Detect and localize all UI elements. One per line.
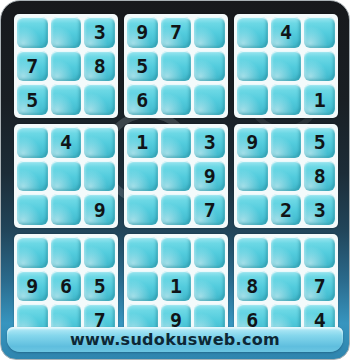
cell-r5c8[interactable] <box>271 161 302 192</box>
cell-r4c5[interactable] <box>161 127 192 158</box>
cell-r7c2[interactable] <box>51 237 82 268</box>
cell-r1c3[interactable]: 3 <box>84 17 115 48</box>
cell-r7c3[interactable] <box>84 237 115 268</box>
cell-r4c7[interactable]: 9 <box>237 127 268 158</box>
cell-r2c4[interactable]: 5 <box>127 51 158 82</box>
cell-r6c9[interactable]: 3 <box>304 194 335 225</box>
box-1-1: 3785 <box>14 14 118 118</box>
cell-r1c5[interactable]: 7 <box>161 17 192 48</box>
cell-r3c8[interactable] <box>271 84 302 115</box>
cell-r2c6[interactable] <box>194 51 225 82</box>
cell-r3c6[interactable] <box>194 84 225 115</box>
cell-r7c9[interactable] <box>304 237 335 268</box>
cell-r5c2[interactable] <box>51 161 82 192</box>
cell-r2c2[interactable] <box>51 51 82 82</box>
sudoku-board: 3785975641491397958239657198764 www.sudo… <box>0 0 350 360</box>
cell-r5c3[interactable] <box>84 161 115 192</box>
cell-r3c3[interactable] <box>84 84 115 115</box>
cell-r4c9[interactable]: 5 <box>304 127 335 158</box>
cell-r4c4[interactable]: 1 <box>127 127 158 158</box>
cell-r3c2[interactable] <box>51 84 82 115</box>
box-2-3: 95823 <box>234 124 338 228</box>
cell-r4c8[interactable] <box>271 127 302 158</box>
cell-r3c1[interactable]: 5 <box>17 84 48 115</box>
cell-r7c8[interactable] <box>271 237 302 268</box>
cell-r2c1[interactable]: 7 <box>17 51 48 82</box>
cell-r2c7[interactable] <box>237 51 268 82</box>
cell-r5c6[interactable]: 9 <box>194 161 225 192</box>
cell-r7c6[interactable] <box>194 237 225 268</box>
cell-r7c1[interactable] <box>17 237 48 268</box>
cell-r5c5[interactable] <box>161 161 192 192</box>
cell-r8c9[interactable]: 7 <box>304 271 335 302</box>
cell-r2c5[interactable] <box>161 51 192 82</box>
cell-r3c7[interactable] <box>237 84 268 115</box>
cell-r6c8[interactable]: 2 <box>271 194 302 225</box>
box-3-2: 19 <box>124 234 228 338</box>
cell-r6c4[interactable] <box>127 194 158 225</box>
cell-r1c4[interactable]: 9 <box>127 17 158 48</box>
box-3-1: 9657 <box>14 234 118 338</box>
cell-r7c7[interactable] <box>237 237 268 268</box>
cell-r5c7[interactable] <box>237 161 268 192</box>
cell-r3c4[interactable]: 6 <box>127 84 158 115</box>
cell-r4c3[interactable] <box>84 127 115 158</box>
cell-r5c9[interactable]: 8 <box>304 161 335 192</box>
footer-bar: www.sudokusweb.com <box>7 327 343 352</box>
cell-r4c1[interactable] <box>17 127 48 158</box>
cell-r8c3[interactable]: 5 <box>84 271 115 302</box>
cell-r2c8[interactable] <box>271 51 302 82</box>
box-1-2: 9756 <box>124 14 228 118</box>
cell-r3c5[interactable] <box>161 84 192 115</box>
cell-r5c4[interactable] <box>127 161 158 192</box>
cell-r1c1[interactable] <box>17 17 48 48</box>
cell-r1c9[interactable] <box>304 17 335 48</box>
cell-r7c4[interactable] <box>127 237 158 268</box>
cell-r6c7[interactable] <box>237 194 268 225</box>
cell-r6c2[interactable] <box>51 194 82 225</box>
cell-r1c7[interactable] <box>237 17 268 48</box>
box-1-3: 41 <box>234 14 338 118</box>
cell-r8c1[interactable]: 9 <box>17 271 48 302</box>
cell-r8c2[interactable]: 6 <box>51 271 82 302</box>
sudoku-grid: 3785975641491397958239657198764 <box>14 14 338 338</box>
cell-r4c6[interactable]: 3 <box>194 127 225 158</box>
cell-r3c9[interactable]: 1 <box>304 84 335 115</box>
cell-r8c4[interactable] <box>127 271 158 302</box>
website-label: www.sudokusweb.com <box>70 330 280 349</box>
cell-r6c5[interactable] <box>161 194 192 225</box>
cell-r6c3[interactable]: 9 <box>84 194 115 225</box>
cell-r6c1[interactable] <box>17 194 48 225</box>
cell-r8c8[interactable] <box>271 271 302 302</box>
cell-r5c1[interactable] <box>17 161 48 192</box>
box-3-3: 8764 <box>234 234 338 338</box>
box-2-2: 1397 <box>124 124 228 228</box>
cell-r1c6[interactable] <box>194 17 225 48</box>
cell-r1c2[interactable] <box>51 17 82 48</box>
cell-r2c9[interactable] <box>304 51 335 82</box>
cell-r2c3[interactable]: 8 <box>84 51 115 82</box>
cell-r7c5[interactable] <box>161 237 192 268</box>
cell-r1c8[interactable]: 4 <box>271 17 302 48</box>
cell-r8c6[interactable] <box>194 271 225 302</box>
cell-r8c7[interactable]: 8 <box>237 271 268 302</box>
cell-r4c2[interactable]: 4 <box>51 127 82 158</box>
box-2-1: 49 <box>14 124 118 228</box>
cell-r8c5[interactable]: 1 <box>161 271 192 302</box>
cell-r6c6[interactable]: 7 <box>194 194 225 225</box>
